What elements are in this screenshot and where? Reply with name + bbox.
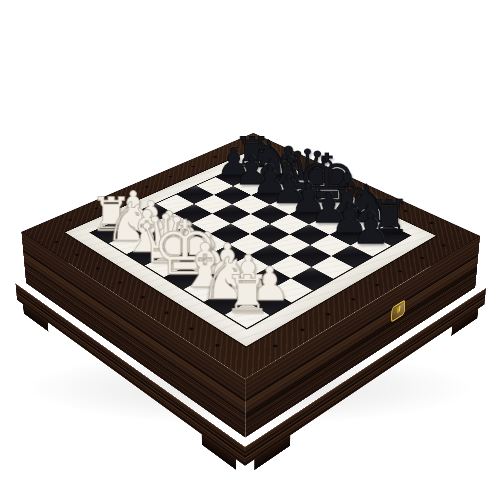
case-foot	[254, 435, 290, 470]
photo-scene: ♜♞♝♛♚♝♞♜♟♟♟♟♟♟♟♟♟♟♟♟♟♟♟♟♜♞♝♛♚♝♞♜	[0, 0, 500, 500]
case-foot	[451, 309, 478, 336]
case-foot	[202, 434, 237, 470]
case-foot	[23, 304, 49, 332]
product-photo: ♜♞♝♛♚♝♞♜♟♟♟♟♟♟♟♟♟♟♟♟♟♟♟♟♜♞♝♛♚♝♞♜	[0, 0, 500, 500]
brass-latch	[391, 299, 406, 323]
chess-case: ♜♞♝♛♚♝♞♜♟♟♟♟♟♟♟♟♟♟♟♟♟♟♟♟♜♞♝♛♚♝♞♜	[21, 133, 480, 379]
